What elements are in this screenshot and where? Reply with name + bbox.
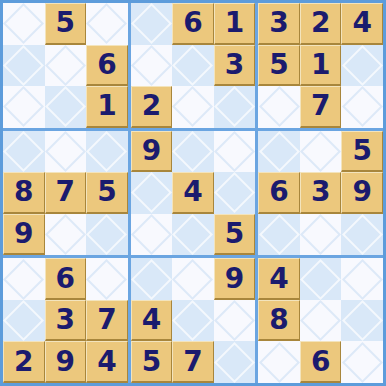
- cell-r9c7-empty[interactable]: [258, 341, 300, 383]
- cell-r3c4-given: 2: [131, 86, 173, 128]
- cell-r4c3-empty[interactable]: [86, 131, 128, 173]
- cell-r5c2-given: 7: [45, 172, 87, 214]
- cell-r1c6-given: 1: [214, 3, 256, 45]
- cell-r6c9-empty[interactable]: [341, 214, 383, 256]
- cell-r7c7-given: 4: [258, 258, 300, 300]
- cell-r7c2-given: 6: [45, 258, 87, 300]
- cell-r4c7-empty[interactable]: [258, 131, 300, 173]
- cell-r9c2-given: 9: [45, 341, 87, 383]
- cell-r1c4-empty[interactable]: [131, 3, 173, 45]
- cell-r3c9-empty[interactable]: [341, 86, 383, 128]
- cell-r8c9-empty[interactable]: [341, 300, 383, 342]
- cell-r5c8-given: 3: [300, 172, 342, 214]
- cell-r1c8-given: 2: [300, 3, 342, 45]
- cell-r7c1-empty[interactable]: [3, 258, 45, 300]
- cell-r9c1-given: 2: [3, 341, 45, 383]
- cell-r7c9-empty[interactable]: [341, 258, 383, 300]
- cell-r1c9-given: 4: [341, 3, 383, 45]
- cell-r6c8-empty[interactable]: [300, 214, 342, 256]
- cell-r6c5-empty[interactable]: [172, 214, 214, 256]
- cell-r2c2-empty[interactable]: [45, 45, 87, 87]
- cell-r3c3-given: 1: [86, 86, 128, 128]
- cell-r9c8-given: 6: [300, 341, 342, 383]
- cell-r5c1-given: 8: [3, 172, 45, 214]
- cell-r5c4-empty[interactable]: [131, 172, 173, 214]
- cell-r8c4-given: 4: [131, 300, 173, 342]
- cell-r2c3-given: 6: [86, 45, 128, 87]
- cell-r2c7-given: 5: [258, 45, 300, 87]
- cell-r6c3-empty[interactable]: [86, 214, 128, 256]
- cell-r8c8-empty[interactable]: [300, 300, 342, 342]
- cell-r6c1-given: 9: [3, 214, 45, 256]
- cell-r9c3-given: 4: [86, 341, 128, 383]
- cell-r4c4-given: 9: [131, 131, 173, 173]
- cell-r9c5-given: 7: [172, 341, 214, 383]
- cell-r6c2-empty[interactable]: [45, 214, 87, 256]
- cell-r1c1-empty[interactable]: [3, 3, 45, 45]
- cell-r8c1-empty[interactable]: [3, 300, 45, 342]
- cell-r3c8-given: 7: [300, 86, 342, 128]
- cell-r1c7-given: 3: [258, 3, 300, 45]
- cell-r6c4-empty[interactable]: [131, 214, 173, 256]
- cell-r5c6-empty[interactable]: [214, 172, 256, 214]
- cell-r6c6-given: 5: [214, 214, 256, 256]
- cell-r8c3-given: 7: [86, 300, 128, 342]
- cell-r2c4-empty[interactable]: [131, 45, 173, 87]
- cell-r2c5-empty[interactable]: [172, 45, 214, 87]
- cell-r4c1-empty[interactable]: [3, 131, 45, 173]
- cell-r7c3-empty[interactable]: [86, 258, 128, 300]
- cell-r8c5-empty[interactable]: [172, 300, 214, 342]
- cell-r1c3-empty[interactable]: [86, 3, 128, 45]
- cell-r3c6-empty[interactable]: [214, 86, 256, 128]
- cell-r8c2-given: 3: [45, 300, 87, 342]
- cell-r3c2-empty[interactable]: [45, 86, 87, 128]
- cell-r5c9-given: 9: [341, 172, 383, 214]
- cell-r4c2-empty[interactable]: [45, 131, 87, 173]
- cell-r1c5-given: 6: [172, 3, 214, 45]
- cell-r9c4-given: 5: [131, 341, 173, 383]
- cell-r2c8-given: 1: [300, 45, 342, 87]
- cell-r8c6-empty[interactable]: [214, 300, 256, 342]
- cell-r1c2-given: 5: [45, 3, 87, 45]
- cell-r2c9-empty[interactable]: [341, 45, 383, 87]
- cell-r5c5-given: 4: [172, 172, 214, 214]
- sudoku-grid: 5613246351127958754639956943748294576: [3, 3, 383, 383]
- cell-r5c3-given: 5: [86, 172, 128, 214]
- cell-r3c1-empty[interactable]: [3, 86, 45, 128]
- cell-r4c8-empty[interactable]: [300, 131, 342, 173]
- cell-r7c5-empty[interactable]: [172, 258, 214, 300]
- cell-r4c9-given: 5: [341, 131, 383, 173]
- cell-r7c4-empty[interactable]: [131, 258, 173, 300]
- cell-r5c7-given: 6: [258, 172, 300, 214]
- cell-r8c7-given: 8: [258, 300, 300, 342]
- cell-r7c6-given: 9: [214, 258, 256, 300]
- cell-r3c7-empty[interactable]: [258, 86, 300, 128]
- cell-r3c5-empty[interactable]: [172, 86, 214, 128]
- cell-r6c7-empty[interactable]: [258, 214, 300, 256]
- cell-r4c6-empty[interactable]: [214, 131, 256, 173]
- sudoku-board: 5613246351127958754639956943748294576: [0, 0, 386, 386]
- cell-r4c5-empty[interactable]: [172, 131, 214, 173]
- cell-r9c6-empty[interactable]: [214, 341, 256, 383]
- cell-r2c1-empty[interactable]: [3, 45, 45, 87]
- cell-r2c6-given: 3: [214, 45, 256, 87]
- cell-r7c8-empty[interactable]: [300, 258, 342, 300]
- cell-r9c9-empty[interactable]: [341, 341, 383, 383]
